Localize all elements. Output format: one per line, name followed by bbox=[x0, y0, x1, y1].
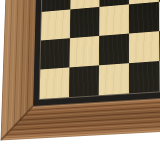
board-square bbox=[159, 0, 160, 31]
board-square bbox=[40, 38, 70, 69]
board-square bbox=[99, 34, 129, 66]
chessboard bbox=[1, 0, 160, 140]
board-square bbox=[159, 59, 160, 92]
board-square bbox=[69, 65, 99, 97]
board-square bbox=[70, 7, 100, 38]
board-squares bbox=[40, 0, 160, 99]
board-square bbox=[69, 36, 99, 68]
board-square bbox=[99, 63, 129, 95]
board-square bbox=[129, 2, 159, 34]
board-square bbox=[41, 9, 70, 40]
board-square bbox=[129, 31, 159, 63]
board-square bbox=[129, 61, 160, 93]
board-square bbox=[40, 67, 70, 99]
photo-scene bbox=[0, 0, 160, 160]
board-square bbox=[99, 4, 129, 36]
board-square bbox=[159, 29, 160, 61]
